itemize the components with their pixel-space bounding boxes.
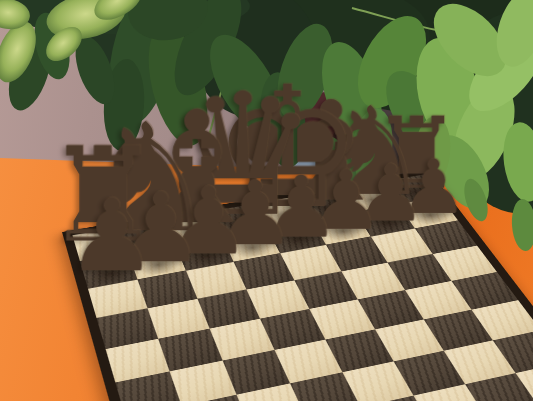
photo-scene: ♜♞♝♛♚♝♞♜♟♟♟♟♟♟♟♟ — [0, 0, 533, 401]
square-b4[interactable] — [158, 329, 222, 372]
chessboard: ♜♞♝♛♚♝♞♜♟♟♟♟♟♟♟♟ — [62, 169, 533, 401]
board-scene: ♜♞♝♛♚♝♞♜♟♟♟♟♟♟♟♟ — [0, 0, 533, 401]
square-h5[interactable] — [433, 245, 497, 280]
dark-pawn[interactable]: ♟ — [66, 194, 156, 279]
square-a7[interactable]: ♟ — [80, 253, 138, 289]
